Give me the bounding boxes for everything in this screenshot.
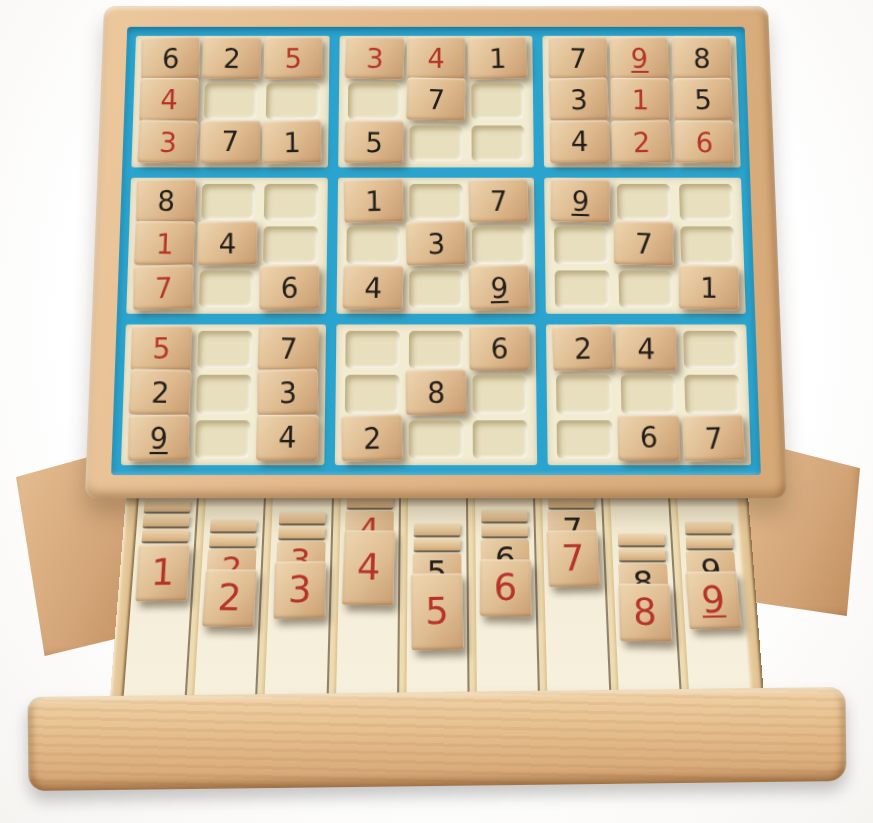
tile-behind-4[interactable]: 4	[345, 511, 394, 533]
tile-7-r1c7[interactable]: 7	[549, 37, 608, 80]
tile-8-r1c9[interactable]: 8	[672, 36, 731, 80]
tile-1-r6c9[interactable]: 1	[678, 264, 739, 310]
cell-r4c3[interactable]	[264, 184, 318, 221]
cell-r2c8: 1	[614, 83, 668, 119]
cell-r8c7[interactable]	[556, 375, 611, 413]
tile-digit: 8	[632, 594, 657, 632]
cell-r9c4: 2	[344, 420, 399, 459]
cell-r2c2[interactable]	[204, 83, 258, 119]
box-3-2: 682	[334, 324, 537, 465]
tile-1-r5c1[interactable]: 1	[134, 221, 196, 266]
box-3-3: 2467	[546, 324, 751, 465]
tile-7-r7c3[interactable]: 7	[258, 325, 320, 371]
tile-digit: 9	[631, 44, 649, 71]
cell-r7c2[interactable]	[198, 331, 253, 369]
tile-digit: 9	[700, 581, 727, 618]
box-1-1: 6254371	[131, 36, 329, 168]
tile-digit: 6	[640, 423, 659, 453]
tile-digit: 3	[365, 44, 383, 71]
stacked-tile-edge	[414, 538, 461, 550]
cell-r7c5[interactable]	[409, 331, 463, 369]
tile-digit: 6	[281, 273, 299, 302]
tile-digit: 5	[285, 44, 302, 71]
cell-r6c7[interactable]	[555, 270, 610, 307]
tile-digit: 3	[427, 229, 445, 258]
stacked-tile-edge	[278, 526, 325, 538]
cell-r5c8: 7	[617, 227, 672, 264]
cell-r1c5: 4	[410, 42, 463, 77]
tile-3-r1c4[interactable]: 3	[344, 36, 404, 80]
tile-digit: 8	[157, 187, 175, 215]
tile-3-drawer[interactable]: 3	[273, 561, 325, 619]
tile-digit: 1	[632, 86, 650, 114]
tile-digit: 9	[490, 273, 509, 302]
tile-digit: 1	[150, 554, 175, 591]
cell-r8c8[interactable]	[620, 375, 676, 413]
box-3-1: 572394	[121, 324, 326, 465]
cell-r9c7[interactable]	[557, 420, 613, 459]
cell-r6c2[interactable]	[199, 270, 254, 307]
tile-digit: 8	[427, 378, 445, 407]
cell-r5c2: 4	[200, 227, 255, 264]
tile-7-r2c5[interactable]: 7	[406, 78, 466, 122]
sudoku-product-scene: 12233445566778899 6254371341757983154268…	[0, 0, 873, 823]
tile-digit: 6	[494, 569, 518, 606]
cell-r4c9[interactable]	[679, 184, 734, 221]
tile-digit: 7	[221, 128, 239, 156]
stacked-tile-edge	[210, 520, 257, 532]
cell-r2c6[interactable]	[471, 83, 524, 119]
tile-digit: 7	[490, 187, 508, 215]
tile-4-drawer[interactable]: 4	[342, 530, 395, 606]
cell-r7c4[interactable]	[345, 331, 400, 369]
tile-4-r7c8[interactable]: 4	[616, 325, 677, 371]
tile-5-r1c3[interactable]: 5	[264, 37, 323, 80]
tile-3-r8c3[interactable]: 3	[257, 369, 318, 416]
tile-digit: 2	[633, 128, 652, 156]
cell-r1c3: 5	[267, 42, 320, 77]
cell-r2c7: 3	[552, 83, 605, 119]
tile-digit: 1	[700, 273, 718, 302]
tile-digit: 7	[561, 540, 586, 577]
tile-digit: 1	[489, 44, 507, 71]
stacked-tile-edge	[209, 534, 256, 546]
box-1-3: 798315426	[543, 36, 741, 168]
cell-r5c9[interactable]	[680, 227, 735, 264]
tile-9-r6c6[interactable]: 9	[468, 264, 530, 310]
cell-r3c2: 7	[203, 125, 257, 161]
tile-8-r4c1[interactable]: 8	[136, 178, 197, 223]
tile-digit: 4	[219, 230, 237, 258]
tile-6-r6c3[interactable]: 6	[260, 264, 321, 310]
cell-r6c6: 9	[472, 270, 526, 307]
tile-4-r6c4[interactable]: 4	[342, 264, 404, 310]
cell-r6c3: 6	[263, 270, 318, 307]
tile-digit: 3	[287, 571, 311, 608]
stacked-tile-edge	[278, 512, 325, 524]
tile-digit: 2	[223, 44, 241, 71]
tile-7-drawer[interactable]: 7	[547, 530, 601, 587]
tile-digit: 2	[362, 423, 381, 453]
cell-r7c3: 7	[261, 331, 316, 369]
tile-digit: 1	[283, 128, 301, 156]
cell-r3c4: 5	[347, 125, 400, 161]
stacked-tile-edge	[144, 500, 191, 512]
board-frame: 6254371341757983154268147617349971572394…	[85, 6, 787, 498]
tile-4-r5c2[interactable]: 4	[197, 221, 258, 266]
tile-digit: 1	[364, 187, 382, 215]
cell-r8c5: 8	[409, 375, 464, 413]
tile-digit: 5	[694, 86, 713, 114]
cell-r7c7: 2	[556, 331, 611, 369]
tile-digit: 8	[693, 44, 710, 71]
tile-digit: 4	[427, 45, 444, 72]
cell-r3c7: 4	[553, 125, 607, 161]
tile-2-r1c2[interactable]: 2	[202, 37, 262, 80]
cell-r5c1: 1	[137, 227, 192, 264]
cell-r3c8: 2	[615, 125, 669, 161]
tile-3-r2c7[interactable]: 3	[549, 78, 610, 122]
stacked-tile-edge	[143, 515, 190, 527]
cell-r9c6[interactable]	[473, 420, 528, 459]
cell-r8c1: 2	[132, 375, 188, 413]
cell-r3c5[interactable]	[409, 125, 462, 161]
tile-7-r3c2[interactable]: 7	[200, 120, 260, 163]
cell-r3c6[interactable]	[472, 125, 525, 161]
tile-digit: 7	[280, 334, 299, 363]
tile-6-r9c8[interactable]: 6	[618, 415, 681, 461]
tile-digit: 6	[162, 44, 179, 71]
cell-r3c9: 6	[677, 125, 731, 161]
cell-r2c1: 4	[142, 83, 196, 119]
tile-6-r3c9[interactable]: 6	[674, 120, 734, 164]
tile-behind-2[interactable]: 2	[207, 549, 257, 571]
cell-r9c5[interactable]	[408, 420, 463, 459]
cell-r9c9: 7	[685, 420, 741, 459]
tile-digit: 2	[150, 378, 170, 408]
cell-r4c4: 1	[346, 184, 400, 221]
tile-digit: 5	[152, 334, 171, 363]
tile-3-r5c5[interactable]: 3	[405, 221, 466, 267]
tile-7-r4c6[interactable]: 7	[468, 178, 529, 223]
tile-3-r3c1[interactable]: 3	[137, 119, 199, 164]
cell-r1c2: 2	[205, 42, 258, 77]
tile-behind-9[interactable]: 9	[685, 551, 735, 573]
tile-1-r1c6[interactable]: 1	[468, 36, 528, 80]
tile-5-r3c4[interactable]: 5	[344, 120, 404, 164]
stacked-tile-edge	[481, 510, 527, 522]
cell-r7c8: 4	[619, 331, 674, 369]
drawer-front-rail[interactable]	[27, 687, 846, 791]
cell-r2c5: 7	[410, 83, 463, 119]
cell-r1c4: 3	[348, 42, 401, 77]
tile-digit: 7	[570, 44, 587, 71]
tile-digit: 3	[158, 128, 177, 156]
cell-r2c9: 5	[676, 83, 730, 119]
cell-r5c4[interactable]	[346, 227, 400, 264]
tile-5-r7c1[interactable]: 5	[130, 326, 192, 371]
tile-1-r4c4[interactable]: 1	[343, 178, 404, 223]
cell-r8c4[interactable]	[344, 375, 399, 413]
cell-r4c7: 9	[554, 184, 608, 221]
cell-r5c7[interactable]	[554, 227, 608, 264]
tile-digit: 7	[635, 229, 653, 258]
tile-digit: 3	[279, 378, 297, 408]
stacked-tile-edge	[482, 524, 529, 536]
tile-2-r7c7[interactable]: 2	[552, 325, 615, 372]
cell-r8c2[interactable]	[196, 375, 252, 413]
cell-r5c3[interactable]	[263, 227, 317, 264]
board: 6254371341757983154268147617349971572394…	[111, 27, 761, 475]
stacked-tile-edge	[685, 536, 732, 548]
tile-4-r1c5[interactable]: 4	[406, 37, 465, 79]
drawer-slot-3[interactable]: 33	[265, 496, 332, 703]
tile-digit: 4	[363, 273, 382, 302]
tile-7-r9c9[interactable]: 7	[681, 414, 745, 462]
tile-6-drawer[interactable]: 6	[480, 559, 532, 617]
tile-digit: 5	[425, 593, 449, 631]
tile-9-r1c8[interactable]: 9	[610, 37, 670, 80]
drawer-slot-4[interactable]: 44	[336, 496, 399, 703]
cell-r9c3: 4	[260, 420, 316, 459]
stacked-tile-edge	[142, 529, 189, 541]
tile-digit: 2	[574, 334, 593, 363]
cell-r3c1: 3	[141, 125, 195, 161]
tile-behind-5[interactable]: 5	[412, 553, 461, 575]
tile-4-r3c7[interactable]: 4	[550, 120, 610, 163]
drawer-slot-7[interactable]: 77	[542, 496, 609, 703]
tile-2-r3c8[interactable]: 2	[611, 119, 672, 164]
cell-r6c1: 7	[136, 270, 191, 307]
tile-9-r9c1[interactable]: 9	[128, 414, 190, 461]
tile-5-r2c9[interactable]: 5	[672, 78, 733, 122]
tile-digit: 4	[278, 423, 297, 453]
cell-r5c6[interactable]	[472, 227, 526, 264]
tile-5-drawer[interactable]: 5	[411, 573, 464, 650]
cell-r3c3: 1	[265, 125, 319, 161]
cell-r1c7: 7	[552, 42, 605, 77]
cell-r8c9[interactable]	[684, 375, 740, 413]
cell-r5c5: 3	[409, 227, 463, 264]
tile-behind-8[interactable]: 8	[618, 563, 668, 585]
tile-digit: 1	[155, 230, 174, 258]
box-2-3: 971	[544, 178, 745, 314]
cell-r6c8[interactable]	[618, 270, 673, 307]
box-2-1: 81476	[126, 178, 327, 314]
tile-drawer[interactable]: 12233445566778899	[109, 496, 764, 703]
tile-digit: 4	[160, 86, 178, 113]
tile-6-r7c6[interactable]: 6	[469, 326, 530, 371]
cell-r1c8: 9	[613, 42, 666, 77]
cell-r7c1: 5	[134, 331, 189, 369]
tile-digit: 6	[491, 334, 509, 363]
tile-1-drawer[interactable]: 1	[136, 544, 190, 602]
tile-9-drawer[interactable]: 9	[685, 571, 741, 629]
tile-9-r4c7[interactable]: 9	[551, 178, 611, 223]
cell-r4c6: 7	[472, 184, 526, 221]
tile-digit: 5	[365, 128, 383, 156]
stacked-tile-edge	[617, 533, 664, 545]
box-1-2: 34175	[338, 36, 534, 168]
tile-7-r6c1[interactable]: 7	[133, 264, 194, 310]
tile-7-r5c8[interactable]: 7	[614, 221, 674, 267]
drawer-slot-6[interactable]: 66	[475, 496, 538, 703]
cell-r1c1: 6	[144, 42, 198, 77]
cell-r8c3: 3	[260, 375, 315, 413]
tile-4-r9c3[interactable]: 4	[256, 415, 318, 461]
cell-r4c5[interactable]	[409, 184, 463, 221]
cell-r9c1: 9	[131, 420, 187, 459]
cell-r4c1: 8	[139, 184, 194, 221]
tile-behind-6[interactable]: 6	[481, 539, 530, 561]
cell-r8c6[interactable]	[473, 375, 528, 413]
cell-r2c4[interactable]	[347, 83, 400, 119]
tile-1-r2c8[interactable]: 1	[611, 78, 671, 122]
tile-digit: 7	[427, 86, 445, 114]
cell-r4c2[interactable]	[201, 184, 255, 221]
tile-2-r9c4[interactable]: 2	[341, 414, 403, 462]
tile-2-r8c1[interactable]: 2	[128, 369, 192, 416]
tile-digit: 3	[570, 86, 588, 114]
tile-behind-3[interactable]: 3	[276, 541, 325, 563]
cell-r7c6: 6	[472, 331, 527, 369]
tile-digit: 4	[638, 334, 656, 363]
cell-r6c9: 1	[681, 270, 736, 307]
tile-digit: 2	[217, 579, 243, 616]
cell-r2c3[interactable]	[266, 83, 319, 119]
cell-r1c9: 8	[675, 42, 729, 77]
tile-digit: 4	[356, 549, 381, 586]
tile-1-r3c3[interactable]: 1	[263, 119, 323, 164]
stacked-tile-edge	[618, 548, 665, 560]
tile-digit: 9	[149, 423, 168, 453]
cell-r1c6: 1	[471, 42, 524, 77]
box-2-2: 17349	[336, 178, 536, 314]
tile-8-drawer[interactable]: 8	[618, 583, 672, 642]
tile-8-r8c5[interactable]: 8	[405, 369, 467, 416]
tile-digit: 4	[571, 128, 589, 156]
tile-4-r2c1[interactable]: 4	[139, 78, 199, 121]
drawer-slot-5[interactable]: 55	[406, 496, 467, 703]
cell-r6c5[interactable]	[409, 270, 463, 307]
tile-6-r1c1[interactable]: 6	[141, 36, 200, 80]
stacked-tile-edge	[414, 523, 460, 535]
tile-digit: 7	[154, 273, 172, 302]
tile-digit: 6	[695, 128, 713, 156]
drawer-slot-2[interactable]: 22	[194, 496, 264, 703]
stacked-tile-edge	[684, 521, 731, 533]
cell-r4c8[interactable]	[616, 184, 670, 221]
cell-r9c8: 6	[621, 420, 677, 459]
tile-2-drawer[interactable]: 2	[202, 569, 257, 627]
cell-r6c4: 4	[346, 270, 400, 307]
tile-digit: 9	[572, 187, 590, 215]
cell-r7c9[interactable]	[683, 331, 738, 369]
tile-digit: 7	[703, 423, 723, 453]
cell-r9c2[interactable]	[195, 420, 251, 459]
